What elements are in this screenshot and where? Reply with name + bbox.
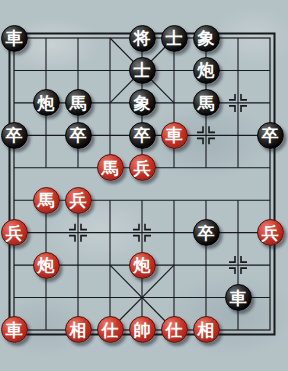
- black-soldier[interactable]: 卒: [1, 122, 28, 149]
- black-advisor[interactable]: 士: [161, 25, 188, 52]
- red-elephant[interactable]: 相: [193, 316, 220, 343]
- black-general[interactable]: 将: [129, 25, 156, 52]
- black-elephant[interactable]: 象: [129, 89, 156, 116]
- red-cannon[interactable]: 炮: [129, 252, 156, 279]
- red-soldier[interactable]: 兵: [65, 187, 92, 214]
- xiangqi-board[interactable]: 車将士象士炮炮馬象馬卒卒卒車卒馬兵馬兵兵卒兵炮炮車車相仕帥仕相: [0, 0, 288, 371]
- red-soldier[interactable]: 兵: [1, 219, 28, 246]
- black-soldier[interactable]: 卒: [129, 122, 156, 149]
- black-cannon[interactable]: 炮: [33, 89, 60, 116]
- red-chariot[interactable]: 車: [161, 122, 188, 149]
- red-horse[interactable]: 馬: [33, 187, 60, 214]
- red-advisor[interactable]: 仕: [161, 316, 188, 343]
- red-general[interactable]: 帥: [129, 316, 156, 343]
- red-elephant[interactable]: 相: [65, 316, 92, 343]
- black-soldier[interactable]: 卒: [193, 219, 220, 246]
- red-soldier[interactable]: 兵: [257, 219, 284, 246]
- black-soldier[interactable]: 卒: [65, 122, 92, 149]
- black-soldier[interactable]: 卒: [257, 122, 284, 149]
- red-advisor[interactable]: 仕: [97, 316, 124, 343]
- pieces-layer: 車将士象士炮炮馬象馬卒卒卒車卒馬兵馬兵兵卒兵炮炮車車相仕帥仕相: [0, 22, 286, 346]
- red-cannon[interactable]: 炮: [33, 252, 60, 279]
- black-chariot[interactable]: 車: [225, 284, 252, 311]
- red-chariot[interactable]: 車: [1, 316, 28, 343]
- black-horse[interactable]: 馬: [193, 89, 220, 116]
- red-horse[interactable]: 馬: [97, 154, 124, 181]
- red-soldier[interactable]: 兵: [129, 154, 156, 181]
- black-advisor[interactable]: 士: [129, 57, 156, 84]
- black-cannon[interactable]: 炮: [193, 57, 220, 84]
- black-horse[interactable]: 馬: [65, 89, 92, 116]
- black-chariot[interactable]: 車: [1, 25, 28, 52]
- black-elephant[interactable]: 象: [193, 25, 220, 52]
